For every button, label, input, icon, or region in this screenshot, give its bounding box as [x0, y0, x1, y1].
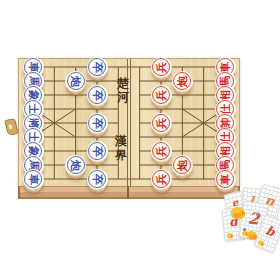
- river-label-han-jie: 漢界: [114, 135, 128, 162]
- river-label-chu-he: 楚河: [116, 77, 130, 104]
- piece-character: 炮: [65, 71, 86, 92]
- board-fold-split: [127, 186, 129, 199]
- piece-red-soldier[interactable]: 兵: [151, 57, 172, 78]
- piece-character: 卒: [87, 57, 108, 78]
- duck-illustration: [231, 207, 245, 219]
- piece-character: 炮: [172, 155, 193, 176]
- piece-blue-soldier[interactable]: 卒: [87, 169, 108, 190]
- piece-character: 車: [215, 169, 236, 190]
- piece-red-soldier[interactable]: 兵: [151, 85, 172, 106]
- piece-red-cannon[interactable]: 炮: [172, 155, 193, 176]
- piece-character: 兵: [151, 141, 172, 162]
- piece-red-soldier[interactable]: 兵: [151, 141, 172, 162]
- confetti-dot: [256, 213, 259, 216]
- piece-red-soldier[interactable]: 兵: [151, 169, 172, 190]
- edge-end-left: [18, 186, 20, 199]
- piece-blue-soldier[interactable]: 卒: [87, 141, 108, 162]
- piece-blue-soldier[interactable]: 卒: [87, 113, 108, 134]
- piece-character: 炮: [65, 155, 86, 176]
- xiangqi-board: 楚河 漢界 車馬象士將士象馬車炮炮卒卒卒卒卒兵兵兵兵兵炮炮車馬相仕帥仕相馬車: [18, 58, 240, 187]
- piece-character: 兵: [151, 169, 172, 190]
- product-photo: 楚河 漢界 車馬象士將士象馬車炮炮卒卒卒卒卒兵兵兵兵兵炮炮車馬相仕帥仕相馬車 e…: [0, 0, 280, 280]
- piece-character: 卒: [87, 85, 108, 106]
- piece-blue-cannon[interactable]: 炮: [65, 71, 86, 92]
- board-clasp: [4, 118, 19, 136]
- piece-character: 兵: [151, 113, 172, 134]
- board-front-edge: [18, 186, 240, 199]
- piece-character: 卒: [87, 113, 108, 134]
- duck-illustration: [247, 231, 257, 240]
- piece-red-chariot[interactable]: 車: [215, 169, 236, 190]
- piece-character: 炮: [172, 71, 193, 92]
- piece-character: 兵: [151, 57, 172, 78]
- piece-character: 車: [23, 169, 44, 190]
- piece-red-cannon[interactable]: 炮: [172, 71, 193, 92]
- piece-red-soldier[interactable]: 兵: [151, 113, 172, 134]
- piece-blue-cannon[interactable]: 炮: [65, 155, 86, 176]
- piece-blue-soldier[interactable]: 卒: [87, 85, 108, 106]
- confetti-dot: [243, 228, 246, 231]
- piece-character: 兵: [151, 85, 172, 106]
- piece-blue-soldier[interactable]: 卒: [87, 57, 108, 78]
- piece-blue-chariot[interactable]: 車: [23, 169, 44, 190]
- duck-icon: [227, 233, 233, 239]
- piece-character: 卒: [87, 169, 108, 190]
- piece-character: 卒: [87, 141, 108, 162]
